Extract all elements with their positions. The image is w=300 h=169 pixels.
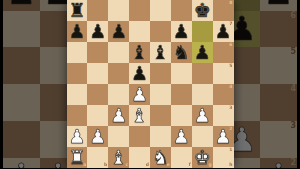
square-f6[interactable]: ♞ bbox=[171, 42, 192, 63]
square-c6[interactable] bbox=[108, 42, 129, 63]
piece-white-pawn[interactable]: ♟ bbox=[129, 84, 150, 105]
square-e2[interactable] bbox=[150, 126, 171, 147]
square-h4[interactable]: 4 bbox=[213, 84, 234, 105]
square-b3[interactable] bbox=[87, 105, 108, 126]
square-h6[interactable]: 6 bbox=[213, 42, 234, 63]
video-frame: ♜♚8♟♟♟♟7♟♝♝♞♟6♟5♟4♟♝♟3♟♟♟2♟a♜bc♝de♞fg♚1h… bbox=[0, 0, 300, 168]
bg-rank-label-5: 5 bbox=[290, 48, 296, 56]
square-c8[interactable] bbox=[108, 0, 129, 21]
square-g3[interactable]: ♟ bbox=[192, 105, 213, 126]
square-d4[interactable]: ♟ bbox=[129, 84, 150, 105]
piece-white-knight[interactable]: ♞ bbox=[150, 147, 171, 168]
square-b8[interactable] bbox=[87, 0, 108, 21]
square-a1[interactable]: a♜ bbox=[67, 147, 88, 168]
piece-white-pawn[interactable]: ♟ bbox=[87, 126, 108, 147]
piece-black-knight[interactable]: ♞ bbox=[171, 42, 192, 63]
bg-square-a7: ♟ bbox=[3, 0, 40, 11]
file-label-f: f bbox=[189, 163, 191, 168]
square-c4[interactable] bbox=[108, 84, 129, 105]
square-f7[interactable]: ♟ bbox=[171, 21, 192, 42]
piece-black-king[interactable]: ♚ bbox=[192, 0, 213, 21]
square-d6[interactable]: ♝ bbox=[129, 42, 150, 63]
rank-label-1: 1 bbox=[229, 148, 232, 153]
square-e1[interactable]: e♞ bbox=[150, 147, 171, 168]
piece-white-pawn[interactable]: ♟ bbox=[213, 126, 234, 147]
square-f3[interactable] bbox=[171, 105, 192, 126]
piece-black-bishop[interactable]: ♝ bbox=[129, 42, 150, 63]
file-label-d: d bbox=[146, 163, 149, 168]
square-h2[interactable]: 2♟ bbox=[213, 126, 234, 147]
square-c2[interactable] bbox=[108, 126, 129, 147]
square-d7[interactable] bbox=[129, 21, 150, 42]
square-a8[interactable]: ♜ bbox=[67, 0, 88, 21]
piece-white-rook[interactable]: ♜ bbox=[67, 147, 88, 168]
bg-rank-label-3: 3 bbox=[290, 122, 296, 130]
bg-piece-black-pawn: ♟ bbox=[260, 0, 297, 11]
piece-black-pawn[interactable]: ♟ bbox=[171, 21, 192, 42]
square-c1[interactable]: c♝ bbox=[108, 147, 129, 168]
square-f2[interactable]: ♟ bbox=[171, 126, 192, 147]
square-g1[interactable]: g♚ bbox=[192, 147, 213, 168]
piece-white-pawn[interactable]: ♟ bbox=[67, 126, 88, 147]
square-a4[interactable] bbox=[67, 84, 88, 105]
square-c3[interactable]: ♟ bbox=[108, 105, 129, 126]
square-e4[interactable] bbox=[150, 84, 171, 105]
square-h3[interactable]: 3 bbox=[213, 105, 234, 126]
square-g7[interactable] bbox=[192, 21, 213, 42]
square-d2[interactable] bbox=[129, 126, 150, 147]
square-a2[interactable]: ♟ bbox=[67, 126, 88, 147]
square-e6[interactable]: ♝ bbox=[150, 42, 171, 63]
square-e7[interactable] bbox=[150, 21, 171, 42]
piece-white-pawn[interactable]: ♟ bbox=[192, 105, 213, 126]
square-a7[interactable]: ♟ bbox=[67, 21, 88, 42]
piece-white-bishop[interactable]: ♝ bbox=[129, 105, 150, 126]
piece-white-bishop[interactable]: ♝ bbox=[108, 147, 129, 168]
piece-black-pawn[interactable]: ♟ bbox=[87, 21, 108, 42]
square-a3[interactable] bbox=[67, 105, 88, 126]
square-g6[interactable]: ♟ bbox=[192, 42, 213, 63]
square-d5[interactable]: ♟ bbox=[129, 63, 150, 84]
square-b1[interactable]: b bbox=[87, 147, 108, 168]
square-d1[interactable]: d bbox=[129, 147, 150, 168]
square-b2[interactable]: ♟ bbox=[87, 126, 108, 147]
bg-square-h7: 7♟ bbox=[260, 0, 297, 11]
square-d8[interactable] bbox=[129, 0, 150, 21]
piece-black-pawn[interactable]: ♟ bbox=[129, 63, 150, 84]
square-h7[interactable]: 7♟ bbox=[213, 21, 234, 42]
bg-square-a2: ♟ bbox=[3, 158, 40, 169]
square-f4[interactable] bbox=[171, 84, 192, 105]
square-h8[interactable]: 8 bbox=[213, 0, 234, 21]
bg-square-h2: 2♟ bbox=[260, 158, 297, 169]
bg-square-h5: 5 bbox=[260, 47, 297, 84]
piece-black-rook[interactable]: ♜ bbox=[67, 0, 88, 21]
bg-piece-white-pawn: ♟ bbox=[260, 158, 297, 169]
square-b5[interactable] bbox=[87, 63, 108, 84]
rank-label-8: 8 bbox=[229, 1, 232, 6]
square-b6[interactable] bbox=[87, 42, 108, 63]
square-e5[interactable] bbox=[150, 63, 171, 84]
square-a6[interactable] bbox=[67, 42, 88, 63]
bg-piece-white-pawn: ♟ bbox=[3, 158, 40, 169]
bg-rank-label-4: 4 bbox=[290, 85, 296, 93]
rank-label-3: 3 bbox=[229, 106, 232, 111]
rank-label-6: 6 bbox=[229, 43, 232, 48]
square-g2[interactable] bbox=[192, 126, 213, 147]
rank-label-5: 5 bbox=[229, 64, 232, 69]
bg-square-a5 bbox=[3, 47, 40, 84]
bg-square-h6: 6 bbox=[260, 11, 297, 48]
piece-black-pawn[interactable]: ♟ bbox=[67, 21, 88, 42]
square-h1[interactable]: 1h bbox=[213, 147, 234, 168]
piece-white-pawn[interactable]: ♟ bbox=[171, 126, 192, 147]
piece-black-bishop[interactable]: ♝ bbox=[150, 42, 171, 63]
piece-black-pawn[interactable]: ♟ bbox=[213, 21, 234, 42]
piece-white-king[interactable]: ♚ bbox=[192, 147, 213, 168]
square-f5[interactable] bbox=[171, 63, 192, 84]
square-b4[interactable] bbox=[87, 84, 108, 105]
bg-square-h3: 3 bbox=[260, 121, 297, 158]
square-g8[interactable]: ♚ bbox=[192, 0, 213, 21]
piece-white-pawn[interactable]: ♟ bbox=[108, 105, 129, 126]
square-a5[interactable] bbox=[67, 63, 88, 84]
rank-label-4: 4 bbox=[229, 85, 232, 90]
file-label-h: h bbox=[229, 163, 232, 168]
square-g4[interactable] bbox=[192, 84, 213, 105]
file-label-b: b bbox=[104, 163, 107, 168]
square-d3[interactable]: ♝ bbox=[129, 105, 150, 126]
bg-square-a4 bbox=[3, 84, 40, 121]
square-c7[interactable]: ♟ bbox=[108, 21, 129, 42]
square-g5[interactable] bbox=[192, 63, 213, 84]
square-c5[interactable] bbox=[108, 63, 129, 84]
square-f8[interactable] bbox=[171, 0, 192, 21]
bg-square-a6 bbox=[3, 11, 40, 48]
square-e8[interactable] bbox=[150, 0, 171, 21]
piece-black-pawn[interactable]: ♟ bbox=[108, 21, 129, 42]
piece-black-pawn[interactable]: ♟ bbox=[192, 42, 213, 63]
square-h5[interactable]: 5 bbox=[213, 63, 234, 84]
bg-rank-label-6: 6 bbox=[290, 12, 296, 20]
bg-square-h4: 4 bbox=[260, 84, 297, 121]
bg-square-a3 bbox=[3, 121, 40, 158]
square-b7[interactable]: ♟ bbox=[87, 21, 108, 42]
chess-board: ♜♚8♟♟♟♟7♟♝♝♞♟6♟5♟4♟♝♟3♟♟♟2♟a♜bc♝de♞fg♚1h bbox=[67, 0, 234, 168]
square-e3[interactable] bbox=[150, 105, 171, 126]
bg-piece-black-pawn: ♟ bbox=[3, 0, 40, 11]
square-f1[interactable]: f bbox=[171, 147, 192, 168]
